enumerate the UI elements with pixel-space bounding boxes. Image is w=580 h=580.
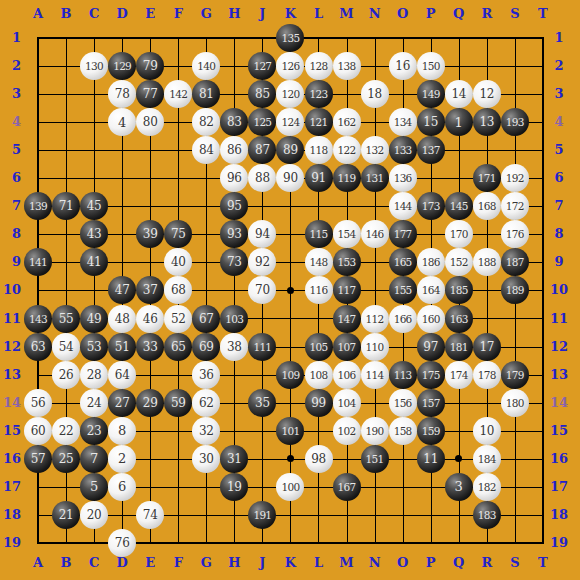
stone-number: 79 [143, 59, 158, 73]
stone-black-175-P13: 175 [417, 361, 445, 389]
col-label-top-E: E [140, 6, 160, 22]
row-label-left-11: 11 [0, 311, 21, 327]
stone-number: 115 [310, 228, 328, 240]
stone-white-32-G15: 32 [192, 417, 220, 445]
stone-black-133-O5: 133 [389, 136, 417, 164]
stone-number: 142 [169, 88, 187, 100]
stone-white-186-P9: 186 [417, 248, 445, 276]
stone-number: 111 [253, 341, 271, 353]
stone-number: 143 [29, 313, 47, 325]
stone-number: 149 [422, 88, 440, 100]
stone-number: 192 [506, 172, 524, 184]
stone-white-60-A15: 60 [24, 417, 52, 445]
stone-black-91-L6: 91 [305, 164, 333, 192]
stone-black-19-H17: 19 [220, 473, 248, 501]
stone-white-164-P10: 164 [417, 276, 445, 304]
stone-number: 25 [59, 452, 74, 466]
stone-white-136-O6: 136 [389, 164, 417, 192]
stone-number: 1 [455, 115, 463, 130]
stone-black-101-K15: 101 [276, 417, 304, 445]
stone-black-153-M9: 153 [333, 248, 361, 276]
stone-number: 117 [338, 284, 356, 296]
stone-number: 75 [171, 227, 186, 241]
col-label-top-G: G [196, 6, 216, 22]
stone-white-56-A14: 56 [24, 389, 52, 417]
stone-number: 153 [338, 256, 356, 268]
stone-white-192-S6: 192 [501, 164, 529, 192]
stone-white-18-N3: 18 [361, 80, 389, 108]
col-label-top-M: M [337, 6, 357, 22]
stone-number: 47 [115, 283, 130, 297]
row-label-left-6: 6 [0, 170, 21, 186]
stone-number: 28 [87, 368, 102, 382]
stone-number: 32 [199, 424, 214, 438]
stone-black-99-L14: 99 [305, 389, 333, 417]
stone-number: 86 [227, 143, 242, 157]
stone-black-183-R18: 183 [473, 501, 501, 529]
stone-black-165-O9: 165 [389, 248, 417, 276]
stone-number: 15 [423, 115, 438, 129]
stone-black-35-J14: 35 [248, 389, 276, 417]
col-label-top-B: B [56, 6, 76, 22]
stone-number: 159 [422, 425, 440, 437]
stone-number: 182 [478, 481, 496, 493]
stone-number: 67 [199, 312, 214, 326]
stone-number: 60 [31, 424, 46, 438]
stone-number: 176 [506, 228, 524, 240]
stone-number: 5 [90, 479, 98, 494]
row-label-left-5: 5 [0, 142, 21, 158]
stone-black-65-F12: 65 [164, 333, 192, 361]
row-label-right-18: 18 [548, 507, 570, 523]
col-label-bottom-K: K [280, 555, 300, 571]
stone-number: 186 [422, 256, 440, 268]
stone-white-166-O11: 166 [389, 305, 417, 333]
col-label-top-J: J [252, 6, 272, 22]
stone-black-171-R6: 171 [473, 164, 501, 192]
stone-black-7-C16: 7 [80, 445, 108, 473]
stone-black-23-C15: 23 [80, 417, 108, 445]
col-label-bottom-L: L [309, 555, 329, 571]
stone-number: 144 [394, 200, 412, 212]
stone-white-48-D11: 48 [108, 305, 136, 333]
stone-black-13-R4: 13 [473, 108, 501, 136]
stone-white-112-N11: 112 [361, 305, 389, 333]
stone-black-147-M11: 147 [333, 305, 361, 333]
stone-black-111-J12: 111 [248, 333, 276, 361]
stone-number: 105 [310, 341, 328, 353]
row-label-right-10: 10 [548, 282, 570, 298]
stone-number: 116 [310, 284, 328, 296]
stone-number: 17 [479, 340, 494, 354]
stone-number: 133 [394, 144, 412, 156]
stone-number: 165 [394, 256, 412, 268]
stone-number: 127 [253, 60, 271, 72]
stone-number: 106 [338, 369, 356, 381]
stone-number: 99 [311, 396, 326, 410]
stone-number: 90 [283, 171, 298, 185]
stone-white-146-N8: 146 [361, 220, 389, 248]
row-label-right-9: 9 [548, 254, 570, 270]
stone-number: 35 [255, 396, 270, 410]
stone-white-162-M4: 162 [333, 108, 361, 136]
stone-white-110-N12: 110 [361, 333, 389, 361]
stone-white-178-R13: 178 [473, 361, 501, 389]
col-label-bottom-G: G [196, 555, 216, 571]
stone-number: 132 [366, 144, 384, 156]
stone-black-3-Q17: 3 [445, 473, 473, 501]
stone-number: 56 [31, 396, 46, 410]
stone-number: 178 [478, 369, 496, 381]
stone-white-150-P2: 150 [417, 52, 445, 80]
stone-black-129-D2: 129 [108, 52, 136, 80]
stone-black-57-A16: 57 [24, 445, 52, 473]
stone-number: 94 [255, 227, 270, 241]
stone-number: 80 [143, 115, 158, 129]
stone-black-149-P3: 149 [417, 80, 445, 108]
stone-black-55-B11: 55 [52, 305, 80, 333]
stone-number: 68 [171, 283, 186, 297]
col-label-bottom-B: B [56, 555, 76, 571]
stone-number: 134 [394, 116, 412, 128]
stone-number: 136 [394, 172, 412, 184]
stone-number: 118 [310, 144, 328, 156]
stone-number: 190 [366, 425, 384, 437]
stone-number: 170 [450, 228, 468, 240]
stone-white-8-D15: 8 [108, 417, 136, 445]
stone-white-38-H12: 38 [220, 333, 248, 361]
stone-number: 120 [281, 88, 299, 100]
stone-number: 137 [422, 144, 440, 156]
stone-number: 14 [451, 87, 466, 101]
row-label-left-19: 19 [0, 535, 21, 551]
stone-black-5-C17: 5 [80, 473, 108, 501]
col-label-bottom-N: N [365, 555, 385, 571]
stone-number: 3 [455, 479, 463, 494]
stone-white-74-E18: 74 [136, 501, 164, 529]
stone-number: 146 [366, 228, 384, 240]
stone-number: 91 [311, 171, 326, 185]
stone-black-103-H11: 103 [220, 305, 248, 333]
stone-white-98-L16: 98 [305, 445, 333, 473]
star-point-K10 [287, 287, 294, 294]
stone-white-46-E11: 46 [136, 305, 164, 333]
stone-number: 53 [87, 340, 102, 354]
row-label-right-16: 16 [548, 451, 570, 467]
stone-number: 78 [115, 87, 130, 101]
stone-white-188-R9: 188 [473, 248, 501, 276]
stone-number: 8 [118, 423, 126, 438]
stone-number: 101 [281, 425, 299, 437]
stone-number: 12 [479, 87, 494, 101]
stone-number: 141 [29, 256, 47, 268]
stone-number: 104 [338, 397, 356, 409]
stone-number: 130 [85, 60, 103, 72]
row-label-right-19: 19 [548, 535, 570, 551]
stone-number: 20 [87, 508, 102, 522]
stone-black-167-M17: 167 [333, 473, 361, 501]
col-label-bottom-S: S [505, 555, 525, 571]
stone-number: 59 [171, 396, 186, 410]
row-label-right-2: 2 [548, 58, 570, 74]
col-label-bottom-C: C [84, 555, 104, 571]
stone-number: 177 [394, 228, 412, 240]
stone-number: 85 [255, 87, 270, 101]
stone-black-151-N16: 151 [361, 445, 389, 473]
stone-number: 98 [311, 452, 326, 466]
stone-number: 147 [338, 313, 356, 325]
row-label-right-13: 13 [548, 367, 570, 383]
col-label-bottom-M: M [337, 555, 357, 571]
col-label-bottom-H: H [224, 555, 244, 571]
stone-number: 180 [506, 397, 524, 409]
row-label-left-14: 14 [0, 395, 21, 411]
stone-black-21-B18: 21 [52, 501, 80, 529]
col-label-bottom-R: R [477, 555, 497, 571]
stone-white-172-S7: 172 [501, 192, 529, 220]
stone-number: 174 [450, 369, 468, 381]
stone-black-123-L3: 123 [305, 80, 333, 108]
stone-number: 163 [450, 313, 468, 325]
col-label-top-F: F [168, 6, 188, 22]
stone-number: 188 [478, 256, 496, 268]
stone-number: 46 [143, 312, 158, 326]
stone-number: 89 [283, 143, 298, 157]
stone-black-143-A11: 143 [24, 305, 52, 333]
stone-number: 37 [143, 283, 158, 297]
stone-number: 81 [199, 87, 214, 101]
stone-white-102-M15: 102 [333, 417, 361, 445]
stone-number: 155 [394, 284, 412, 296]
stone-number: 193 [506, 116, 524, 128]
col-label-bottom-D: D [112, 555, 132, 571]
stone-white-190-N15: 190 [361, 417, 389, 445]
stone-white-28-C13: 28 [80, 361, 108, 389]
stone-white-20-C18: 20 [80, 501, 108, 529]
row-label-right-1: 1 [548, 30, 570, 46]
stone-white-26-B13: 26 [52, 361, 80, 389]
stone-black-109-K13: 109 [276, 361, 304, 389]
stone-black-63-A12: 63 [24, 333, 52, 361]
stone-number: 121 [310, 116, 328, 128]
row-label-right-14: 14 [548, 395, 570, 411]
stone-white-106-M13: 106 [333, 361, 361, 389]
stone-number: 103 [225, 313, 243, 325]
stone-number: 166 [394, 313, 412, 325]
stone-number: 129 [113, 60, 131, 72]
stone-white-184-R16: 184 [473, 445, 501, 473]
stone-black-115-L8: 115 [305, 220, 333, 248]
stone-number: 73 [227, 255, 242, 269]
stone-black-59-F14: 59 [164, 389, 192, 417]
stone-number: 16 [395, 59, 410, 73]
stone-number: 189 [506, 284, 524, 296]
col-label-top-R: R [477, 6, 497, 22]
stone-white-62-G14: 62 [192, 389, 220, 417]
row-label-right-6: 6 [548, 170, 570, 186]
row-label-right-17: 17 [548, 479, 570, 495]
stone-black-131-N6: 131 [361, 164, 389, 192]
col-label-top-A: A [28, 6, 48, 22]
stone-white-174-Q13: 174 [445, 361, 473, 389]
stone-number: 4 [118, 115, 126, 130]
stone-white-170-Q8: 170 [445, 220, 473, 248]
stone-white-76-D19: 76 [108, 529, 136, 557]
stone-number: 160 [422, 313, 440, 325]
row-label-left-10: 10 [0, 282, 21, 298]
row-label-right-11: 11 [548, 311, 570, 327]
col-label-top-K: K [280, 6, 300, 22]
stone-white-108-L13: 108 [305, 361, 333, 389]
stone-number: 74 [143, 508, 158, 522]
col-label-bottom-A: A [28, 555, 48, 571]
stone-number: 22 [59, 424, 74, 438]
row-label-left-13: 13 [0, 367, 21, 383]
row-label-left-16: 16 [0, 451, 21, 467]
stone-black-113-O13: 113 [389, 361, 417, 389]
stone-number: 135 [281, 32, 299, 44]
col-label-top-S: S [505, 6, 525, 22]
stone-black-105-L12: 105 [305, 333, 333, 361]
stone-number: 183 [478, 509, 496, 521]
stone-number: 96 [227, 171, 242, 185]
stone-black-173-P7: 173 [417, 192, 445, 220]
stone-number: 70 [255, 283, 270, 297]
stone-white-104-M14: 104 [333, 389, 361, 417]
stone-white-154-M8: 154 [333, 220, 361, 248]
stone-black-177-O8: 177 [389, 220, 417, 248]
col-label-top-T: T [533, 6, 553, 22]
stone-number: 102 [338, 425, 356, 437]
stone-white-54-B12: 54 [52, 333, 80, 361]
stone-number: 185 [450, 284, 468, 296]
stone-number: 77 [143, 87, 158, 101]
stone-black-31-H16: 31 [220, 445, 248, 473]
stone-black-193-S4: 193 [501, 108, 529, 136]
stone-black-33-E12: 33 [136, 333, 164, 361]
stone-white-128-L2: 128 [305, 52, 333, 80]
stone-number: 13 [479, 115, 494, 129]
stone-number: 164 [422, 284, 440, 296]
stone-black-53-C12: 53 [80, 333, 108, 361]
stone-number: 173 [422, 200, 440, 212]
stone-number: 145 [450, 200, 468, 212]
col-label-top-O: O [393, 6, 413, 22]
stone-number: 125 [253, 116, 271, 128]
stone-black-27-D14: 27 [108, 389, 136, 417]
stone-number: 18 [367, 87, 382, 101]
stone-number: 156 [394, 397, 412, 409]
stone-black-185-Q10: 185 [445, 276, 473, 304]
stone-black-155-O10: 155 [389, 276, 417, 304]
stone-number: 158 [394, 425, 412, 437]
row-label-left-15: 15 [0, 423, 21, 439]
stone-number: 172 [506, 200, 524, 212]
col-label-top-C: C [84, 6, 104, 22]
stone-number: 187 [506, 256, 524, 268]
stone-number: 10 [479, 424, 494, 438]
stone-white-36-G13: 36 [192, 361, 220, 389]
stone-number: 123 [310, 88, 328, 100]
row-label-right-3: 3 [548, 86, 570, 102]
row-label-left-3: 3 [0, 86, 21, 102]
stone-number: 128 [310, 60, 328, 72]
stone-black-67-G11: 67 [192, 305, 220, 333]
stone-number: 24 [87, 396, 102, 410]
stone-white-156-O14: 156 [389, 389, 417, 417]
stone-number: 140 [197, 60, 215, 72]
col-label-top-P: P [421, 6, 441, 22]
row-label-left-2: 2 [0, 58, 21, 74]
stone-white-2-D16: 2 [108, 445, 136, 473]
stone-number: 54 [59, 340, 74, 354]
stone-number: 191 [253, 509, 271, 521]
stone-number: 97 [423, 340, 438, 354]
stone-number: 87 [255, 143, 270, 157]
stone-number: 43 [87, 227, 102, 241]
stone-number: 21 [59, 508, 74, 522]
stone-number: 184 [478, 453, 496, 465]
stone-white-10-R15: 10 [473, 417, 501, 445]
stone-number: 150 [422, 60, 440, 72]
stone-number: 31 [227, 452, 242, 466]
stone-black-107-M12: 107 [333, 333, 361, 361]
stone-number: 57 [31, 452, 46, 466]
stone-black-119-M6: 119 [333, 164, 361, 192]
stone-number: 62 [199, 396, 214, 410]
stone-black-121-L4: 121 [305, 108, 333, 136]
stone-white-168-R7: 168 [473, 192, 501, 220]
stone-white-130-C2: 130 [80, 52, 108, 80]
stone-number: 131 [366, 172, 384, 184]
row-label-right-12: 12 [548, 339, 570, 355]
stone-black-117-M10: 117 [333, 276, 361, 304]
stone-number: 55 [59, 312, 74, 326]
stone-number: 92 [255, 255, 270, 269]
stone-white-118-L5: 118 [305, 136, 333, 164]
stone-white-6-D17: 6 [108, 473, 136, 501]
stone-number: 83 [227, 115, 242, 129]
row-label-right-8: 8 [548, 226, 570, 242]
stone-number: 93 [227, 227, 242, 241]
stone-black-159-P15: 159 [417, 417, 445, 445]
stone-black-97-P12: 97 [417, 333, 445, 361]
stone-number: 33 [143, 340, 158, 354]
stone-number: 126 [281, 60, 299, 72]
stone-black-15-P4: 15 [417, 108, 445, 136]
stone-black-11-P16: 11 [417, 445, 445, 473]
col-label-bottom-P: P [421, 555, 441, 571]
go-board[interactable]: AABBCCDDEEFFGGHHJJKKLLMMNNOOPPQQRRSSTT11… [0, 0, 580, 580]
stone-number: 82 [199, 115, 214, 129]
stone-number: 119 [338, 172, 356, 184]
stone-white-138-M2: 138 [333, 52, 361, 80]
col-label-bottom-J: J [252, 555, 272, 571]
stone-white-122-M5: 122 [333, 136, 361, 164]
stone-white-180-S14: 180 [501, 389, 529, 417]
stone-number: 151 [366, 453, 384, 465]
col-label-top-L: L [309, 6, 329, 22]
stone-black-145-Q7: 145 [445, 192, 473, 220]
stone-black-157-P14: 157 [417, 389, 445, 417]
stone-number: 107 [338, 341, 356, 353]
stone-white-182-R17: 182 [473, 473, 501, 501]
stone-white-148-L9: 148 [305, 248, 333, 276]
stone-number: 88 [255, 171, 270, 185]
stone-white-64-D13: 64 [108, 361, 136, 389]
col-label-bottom-T: T [533, 555, 553, 571]
stone-number: 167 [338, 481, 356, 493]
